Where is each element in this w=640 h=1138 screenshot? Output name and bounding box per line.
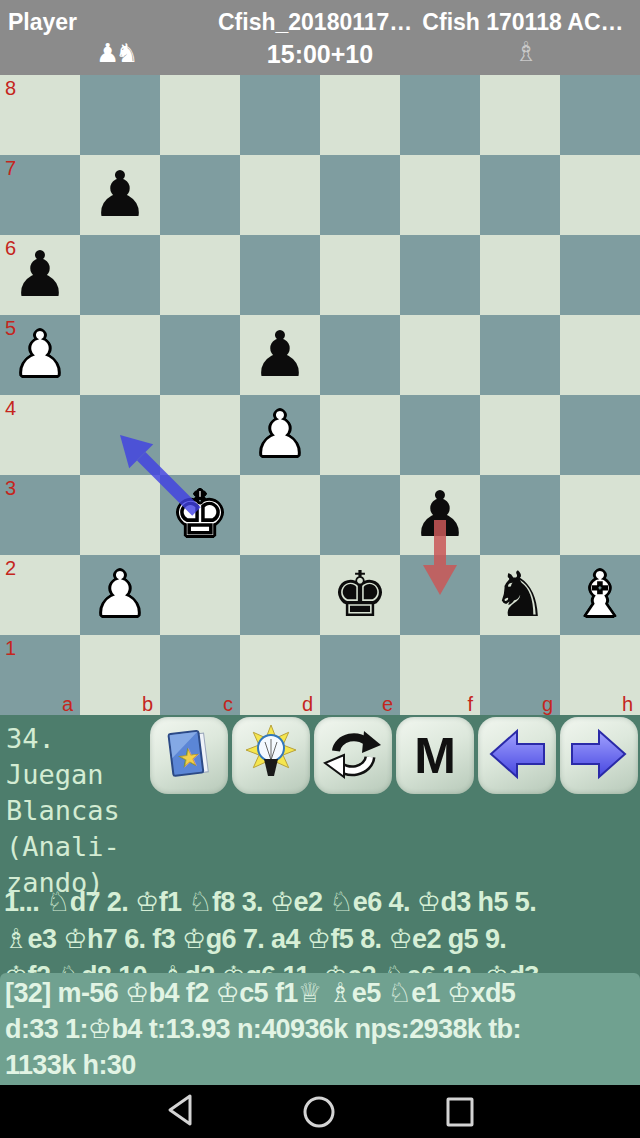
mode-button-label: M — [414, 727, 456, 785]
white-king: ♚ — [172, 475, 228, 555]
square-b7[interactable]: ♟ — [80, 155, 160, 235]
rank-label: 2 — [5, 558, 16, 578]
square-e2[interactable]: ♚ — [320, 555, 400, 635]
bishop-icon: ♗ — [514, 37, 538, 67]
square-d7[interactable] — [240, 155, 320, 235]
prev-move-button[interactable] — [478, 717, 556, 794]
engine-analysis-panel[interactable]: [32] m-56 ♔b4 f2 ♔c5 f1♕ ♗e5 ♘e1 ♔xd5 d:… — [0, 973, 640, 1085]
square-f5[interactable] — [400, 315, 480, 395]
square-c8[interactable] — [160, 75, 240, 155]
svg-text:★: ★ — [177, 743, 202, 772]
square-f3[interactable]: ♟ — [400, 475, 480, 555]
square-a8[interactable]: 8 — [0, 75, 80, 155]
black-king: ♚ — [332, 555, 388, 635]
top-bar: Player Cfish_20180117… Cfish 170118 AC… … — [0, 0, 640, 75]
white-pawn: ♟ — [92, 555, 148, 635]
file-label: b — [142, 694, 153, 714]
square-b3[interactable] — [80, 475, 160, 555]
rank-label: 5 — [5, 318, 16, 338]
square-d5[interactable]: ♟ — [240, 315, 320, 395]
hint-button[interactable] — [232, 717, 310, 794]
square-h6[interactable] — [560, 235, 640, 315]
status-text: 34. Juegan Blancas (Anali- zando) — [6, 721, 152, 901]
lightbulb-icon — [241, 724, 301, 787]
rotate-icon — [323, 724, 383, 787]
square-e6[interactable] — [320, 235, 400, 315]
file-label: h — [622, 694, 633, 714]
square-e1[interactable]: e — [320, 635, 400, 715]
square-h8[interactable] — [560, 75, 640, 155]
black-knight: ♞ — [492, 555, 548, 635]
square-d4[interactable]: ♟ — [240, 395, 320, 475]
square-c4[interactable] — [160, 395, 240, 475]
square-g2[interactable]: ♞ — [480, 555, 560, 635]
white-pawn: ♟ — [252, 395, 308, 475]
file-label: e — [382, 694, 393, 714]
chess-app-screen: Player Cfish_20180117… Cfish 170118 AC… … — [0, 0, 640, 1138]
square-e7[interactable] — [320, 155, 400, 235]
white-engine-name: Cfish_20180117… — [218, 9, 412, 36]
square-g8[interactable] — [480, 75, 560, 155]
time-control: 15:00+10 — [267, 40, 373, 69]
black-pawn: ♟ — [252, 315, 308, 395]
engine-names: Cfish_20180117… Cfish 170118 AC… — [218, 9, 638, 36]
square-d8[interactable] — [240, 75, 320, 155]
square-f7[interactable] — [400, 155, 480, 235]
black-engine-name: Cfish 170118 AC… — [422, 9, 623, 36]
rank-label: 8 — [5, 78, 16, 98]
square-g3[interactable] — [480, 475, 560, 555]
android-nav-bar — [0, 1085, 640, 1138]
square-b6[interactable] — [80, 235, 160, 315]
file-label: f — [467, 694, 473, 714]
control-panel: 34. Juegan Blancas (Anali- zando) ★ — [0, 715, 640, 1085]
black-pawn: ♟ — [92, 155, 148, 235]
square-a2[interactable]: 2 — [0, 555, 80, 635]
square-h4[interactable] — [560, 395, 640, 475]
square-d6[interactable] — [240, 235, 320, 315]
square-e5[interactable] — [320, 315, 400, 395]
square-f1[interactable]: f — [400, 635, 480, 715]
square-b1[interactable]: b — [80, 635, 160, 715]
book-button[interactable]: ★ — [150, 717, 228, 794]
file-label: d — [302, 694, 313, 714]
white-pieces-icon: ♟♞ — [96, 38, 135, 68]
square-c3[interactable]: ♚ — [160, 475, 240, 555]
square-d2[interactable] — [240, 555, 320, 635]
next-move-button[interactable] — [560, 717, 638, 794]
square-g1[interactable]: g — [480, 635, 560, 715]
square-a3[interactable]: 3 — [0, 475, 80, 555]
square-c2[interactable] — [160, 555, 240, 635]
square-c7[interactable] — [160, 155, 240, 235]
player-label: Player — [8, 9, 77, 36]
square-a4[interactable]: 4 — [0, 395, 80, 475]
square-b5[interactable] — [80, 315, 160, 395]
home-icon[interactable] — [304, 1096, 335, 1127]
square-d1[interactable]: d — [240, 635, 320, 715]
square-h1[interactable]: h — [560, 635, 640, 715]
rank-label: 7 — [5, 158, 16, 178]
file-label: g — [542, 694, 553, 714]
black-pawn: ♟ — [412, 475, 468, 555]
square-h2[interactable]: ♝ — [560, 555, 640, 635]
square-e8[interactable] — [320, 75, 400, 155]
square-a1[interactable]: 1a — [0, 635, 80, 715]
square-f6[interactable] — [400, 235, 480, 315]
square-g5[interactable] — [480, 315, 560, 395]
square-d3[interactable] — [240, 475, 320, 555]
rank-label: 4 — [5, 398, 16, 418]
mode-button[interactable]: M — [396, 717, 474, 794]
rank-label: 3 — [5, 478, 16, 498]
rank-label: 1 — [5, 638, 16, 658]
square-h5[interactable] — [560, 315, 640, 395]
square-b8[interactable] — [80, 75, 160, 155]
square-e3[interactable] — [320, 475, 400, 555]
square-c5[interactable] — [160, 315, 240, 395]
square-e4[interactable] — [320, 395, 400, 475]
square-f4[interactable] — [400, 395, 480, 475]
square-f2[interactable] — [400, 555, 480, 635]
recents-icon[interactable] — [447, 1097, 474, 1126]
chess-board: 87♟6♟5♟♟4♟3♚♟2♟♚♞♝1abcdefgh — [0, 75, 640, 715]
square-h7[interactable] — [560, 155, 640, 235]
file-label: c — [223, 694, 233, 714]
white-bishop: ♝ — [572, 555, 628, 635]
white-pawn: ♟ — [12, 315, 68, 395]
file-label: a — [62, 694, 73, 714]
back-icon[interactable] — [167, 1093, 193, 1131]
square-h3[interactable] — [560, 475, 640, 555]
square-c1[interactable]: c — [160, 635, 240, 715]
square-c6[interactable] — [160, 235, 240, 315]
flip-button[interactable] — [314, 717, 392, 794]
square-g4[interactable] — [480, 395, 560, 475]
square-g7[interactable] — [480, 155, 560, 235]
square-a6[interactable]: 6♟ — [0, 235, 80, 315]
square-f8[interactable] — [400, 75, 480, 155]
right-arrow-icon — [567, 724, 631, 787]
left-arrow-icon — [485, 724, 549, 787]
black-pawn: ♟ — [12, 235, 68, 315]
book-star-icon: ★ — [159, 724, 219, 787]
square-a5[interactable]: 5♟ — [0, 315, 80, 395]
rank-label: 6 — [5, 238, 16, 258]
square-g6[interactable] — [480, 235, 560, 315]
toolbar: ★ — [150, 717, 638, 794]
square-b4[interactable] — [80, 395, 160, 475]
square-a7[interactable]: 7 — [0, 155, 80, 235]
square-b2[interactable]: ♟ — [80, 555, 160, 635]
